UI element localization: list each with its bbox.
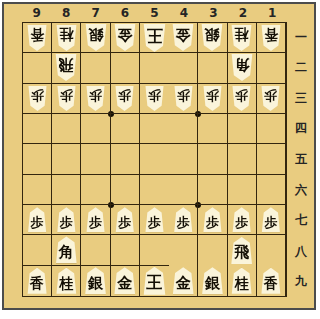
sente-pawn[interactable]: 歩 — [260, 207, 281, 232]
gote-pawn[interactable]: 歩 — [114, 86, 135, 111]
gote-pawn[interactable]: 歩 — [85, 86, 106, 111]
rank-label-9: 九 — [288, 266, 314, 297]
square-32[interactable] — [198, 53, 227, 83]
piece-kanji: 歩 — [60, 89, 73, 102]
rank-label-7: 七 — [288, 205, 314, 236]
sente-pawn[interactable]: 歩 — [144, 207, 165, 232]
sente-pawn[interactable]: 歩 — [173, 207, 194, 232]
square-52[interactable] — [140, 53, 169, 83]
square-57[interactable]: 歩 — [140, 205, 169, 235]
square-45[interactable] — [169, 144, 198, 174]
square-58[interactable] — [140, 235, 169, 265]
piece-kanji: 歩 — [31, 89, 44, 102]
square-76[interactable] — [81, 175, 110, 205]
rank-label-8: 八 — [288, 236, 314, 267]
square-56[interactable] — [140, 175, 169, 205]
gote-knight[interactable]: 桂 — [55, 25, 78, 51]
sente-pawn[interactable]: 歩 — [202, 207, 223, 232]
file-label-9: 9 — [22, 4, 51, 21]
square-93[interactable]: 歩 — [23, 84, 52, 114]
square-81[interactable]: 桂 — [52, 23, 81, 53]
sente-gold[interactable]: 金 — [171, 267, 195, 294]
piece-kanji: 香 — [30, 28, 44, 42]
gote-silver[interactable]: 銀 — [84, 24, 108, 51]
sente-pawn[interactable]: 歩 — [114, 207, 135, 232]
square-83[interactable]: 歩 — [52, 84, 81, 114]
gote-lance[interactable]: 香 — [26, 25, 48, 51]
square-46[interactable] — [169, 175, 198, 205]
file-label-8: 8 — [51, 4, 80, 21]
square-25[interactable] — [228, 144, 257, 174]
square-24[interactable] — [228, 114, 257, 144]
file-label-4: 4 — [169, 4, 198, 21]
square-19[interactable]: 香 — [257, 266, 286, 296]
square-27[interactable]: 歩 — [228, 205, 257, 235]
piece-kanji: 桂 — [235, 276, 249, 290]
square-43[interactable]: 歩 — [169, 84, 198, 114]
sente-rook[interactable]: 飛 — [230, 237, 254, 264]
piece-kanji: 歩 — [235, 216, 248, 229]
rank-label-5: 五 — [288, 144, 314, 175]
gote-pawn[interactable]: 歩 — [260, 86, 281, 111]
piece-kanji: 歩 — [264, 216, 277, 229]
piece-kanji: 銀 — [205, 28, 220, 43]
piece-kanji: 銀 — [88, 276, 103, 291]
sente-knight[interactable]: 桂 — [230, 268, 253, 294]
square-37[interactable]: 歩 — [198, 205, 227, 235]
square-42[interactable] — [169, 53, 198, 83]
square-92[interactable] — [23, 53, 52, 83]
square-33[interactable]: 歩 — [198, 84, 227, 114]
sente-king[interactable]: 王 — [142, 267, 167, 295]
piece-kanji: 金 — [117, 28, 132, 43]
rank-label-4: 四 — [288, 114, 314, 145]
square-67[interactable]: 歩 — [111, 205, 140, 235]
square-79[interactable]: 銀 — [81, 266, 110, 296]
square-54[interactable] — [140, 114, 169, 144]
file-label-2: 2 — [228, 4, 257, 21]
gote-pawn[interactable]: 歩 — [231, 86, 252, 111]
square-65[interactable] — [111, 144, 140, 174]
square-77[interactable]: 歩 — [81, 205, 110, 235]
square-89[interactable]: 桂 — [52, 266, 81, 296]
square-21[interactable]: 桂 — [228, 23, 257, 53]
rank-labels: 一二三四五六七八九 — [288, 22, 314, 297]
square-49[interactable]: 金 — [169, 266, 198, 296]
piece-kanji: 桂 — [59, 276, 73, 290]
square-61[interactable]: 金 — [111, 23, 140, 53]
square-34[interactable] — [198, 114, 227, 144]
square-72[interactable] — [81, 53, 110, 83]
piece-kanji: 歩 — [206, 89, 219, 102]
square-39[interactable]: 銀 — [198, 266, 227, 296]
square-59[interactable]: 王 — [140, 266, 169, 296]
square-99[interactable]: 香 — [23, 266, 52, 296]
square-22[interactable]: 角 — [228, 53, 257, 83]
piece-kanji: 角 — [59, 245, 74, 260]
square-86[interactable] — [52, 175, 81, 205]
sente-gold[interactable]: 金 — [113, 267, 137, 294]
square-11[interactable]: 香 — [257, 23, 286, 53]
file-label-1: 1 — [258, 4, 287, 21]
gote-pawn[interactable]: 歩 — [56, 86, 77, 111]
square-69[interactable]: 金 — [111, 266, 140, 296]
sente-silver[interactable]: 銀 — [200, 267, 224, 294]
square-38[interactable] — [198, 235, 227, 265]
sente-knight[interactable]: 桂 — [55, 268, 78, 294]
square-36[interactable] — [198, 175, 227, 205]
square-18[interactable] — [257, 235, 286, 265]
square-53[interactable]: 歩 — [140, 84, 169, 114]
square-14[interactable] — [257, 114, 286, 144]
square-82[interactable]: 飛 — [52, 53, 81, 83]
square-91[interactable]: 香 — [23, 23, 52, 53]
square-95[interactable] — [23, 144, 52, 174]
sente-lance[interactable]: 香 — [26, 268, 48, 294]
gote-knight[interactable]: 桂 — [230, 25, 253, 51]
piece-kanji: 王 — [146, 275, 162, 291]
square-71[interactable]: 銀 — [81, 23, 110, 53]
piece-kanji: 金 — [117, 276, 132, 291]
piece-kanji: 歩 — [89, 216, 102, 229]
square-84[interactable] — [52, 114, 81, 144]
file-label-7: 7 — [81, 4, 110, 21]
piece-kanji: 王 — [146, 27, 162, 43]
square-62[interactable] — [111, 53, 140, 83]
rank-label-3: 三 — [288, 83, 314, 114]
gote-bishop[interactable]: 角 — [230, 54, 254, 81]
square-94[interactable] — [23, 114, 52, 144]
gote-silver[interactable]: 銀 — [200, 24, 224, 51]
piece-kanji: 桂 — [59, 28, 73, 42]
square-35[interactable] — [198, 144, 227, 174]
square-44[interactable] — [169, 114, 198, 144]
square-17[interactable]: 歩 — [257, 205, 286, 235]
square-48[interactable] — [169, 235, 198, 265]
square-78[interactable] — [81, 235, 110, 265]
shogi-diagram: 987654321 一二三四五六七八九 香桂銀金王金銀桂香飛角歩歩歩歩歩歩歩歩歩… — [0, 0, 320, 319]
square-55[interactable] — [140, 144, 169, 174]
square-47[interactable]: 歩 — [169, 205, 198, 235]
rank-label-1: 一 — [288, 22, 314, 53]
gote-lance[interactable]: 香 — [260, 25, 282, 51]
rank-label-2: 二 — [288, 53, 314, 84]
piece-kanji: 歩 — [118, 89, 131, 102]
gote-pawn[interactable]: 歩 — [27, 86, 48, 111]
gote-king[interactable]: 王 — [142, 24, 167, 52]
square-28[interactable]: 飛 — [228, 235, 257, 265]
piece-kanji: 銀 — [205, 276, 220, 291]
gote-rook[interactable]: 飛 — [54, 54, 78, 81]
piece-kanji: 金 — [176, 28, 191, 43]
gote-pawn[interactable]: 歩 — [144, 86, 165, 111]
piece-kanji: 飛 — [59, 58, 74, 73]
square-64[interactable] — [111, 114, 140, 144]
square-66[interactable] — [111, 175, 140, 205]
piece-kanji: 歩 — [177, 89, 190, 102]
piece-kanji: 香 — [264, 276, 278, 290]
piece-kanji: 歩 — [148, 216, 161, 229]
piece-kanji: 飛 — [234, 245, 249, 260]
piece-kanji: 角 — [234, 58, 249, 73]
square-96[interactable] — [23, 175, 52, 205]
piece-kanji: 桂 — [235, 28, 249, 42]
square-26[interactable] — [228, 175, 257, 205]
square-68[interactable] — [111, 235, 140, 265]
piece-kanji: 銀 — [88, 28, 103, 43]
square-13[interactable]: 歩 — [257, 84, 286, 114]
square-23[interactable]: 歩 — [228, 84, 257, 114]
piece-kanji: 歩 — [264, 89, 277, 102]
piece-kanji: 香 — [264, 28, 278, 42]
sente-pawn[interactable]: 歩 — [85, 207, 106, 232]
square-97[interactable]: 歩 — [23, 205, 52, 235]
gote-pawn[interactable]: 歩 — [202, 86, 223, 111]
file-label-5: 5 — [140, 4, 169, 21]
square-87[interactable]: 歩 — [52, 205, 81, 235]
square-31[interactable]: 銀 — [198, 23, 227, 53]
piece-kanji: 歩 — [118, 216, 131, 229]
gote-gold[interactable]: 金 — [171, 24, 195, 51]
piece-kanji: 香 — [30, 276, 44, 290]
square-63[interactable]: 歩 — [111, 84, 140, 114]
sente-silver[interactable]: 銀 — [84, 267, 108, 294]
square-51[interactable]: 王 — [140, 23, 169, 53]
file-label-6: 6 — [110, 4, 139, 21]
piece-kanji: 歩 — [60, 216, 73, 229]
board-grid: 香桂銀金王金銀桂香飛角歩歩歩歩歩歩歩歩歩歩歩歩歩歩歩歩歩歩角飛香桂銀金王金銀桂香 — [22, 22, 287, 297]
square-29[interactable]: 桂 — [228, 266, 257, 296]
square-16[interactable] — [257, 175, 286, 205]
sente-bishop[interactable]: 角 — [54, 236, 78, 263]
piece-kanji: 歩 — [31, 216, 44, 229]
file-labels: 987654321 — [22, 4, 287, 21]
gote-gold[interactable]: 金 — [113, 24, 137, 51]
piece-kanji: 歩 — [177, 216, 190, 229]
board-panel: 987654321 一二三四五六七八九 香桂銀金王金銀桂香飛角歩歩歩歩歩歩歩歩歩… — [2, 2, 316, 310]
piece-kanji: 歩 — [206, 216, 219, 229]
square-85[interactable] — [52, 144, 81, 174]
square-41[interactable]: 金 — [169, 23, 198, 53]
square-15[interactable] — [257, 144, 286, 174]
piece-kanji: 歩 — [235, 89, 248, 102]
file-label-3: 3 — [199, 4, 228, 21]
sente-pawn[interactable]: 歩 — [231, 207, 252, 232]
square-12[interactable] — [257, 53, 286, 83]
sente-pawn[interactable]: 歩 — [27, 207, 48, 232]
square-98[interactable] — [23, 235, 52, 265]
sente-lance[interactable]: 香 — [260, 268, 282, 294]
square-75[interactable] — [81, 144, 110, 174]
piece-kanji: 歩 — [148, 89, 161, 102]
sente-pawn[interactable]: 歩 — [56, 207, 77, 232]
gote-pawn[interactable]: 歩 — [173, 86, 194, 111]
rank-label-6: 六 — [288, 175, 314, 206]
square-73[interactable]: 歩 — [81, 84, 110, 114]
piece-kanji: 金 — [176, 276, 191, 291]
square-88[interactable]: 角 — [52, 235, 81, 265]
square-74[interactable] — [81, 114, 110, 144]
piece-kanji: 歩 — [89, 89, 102, 102]
